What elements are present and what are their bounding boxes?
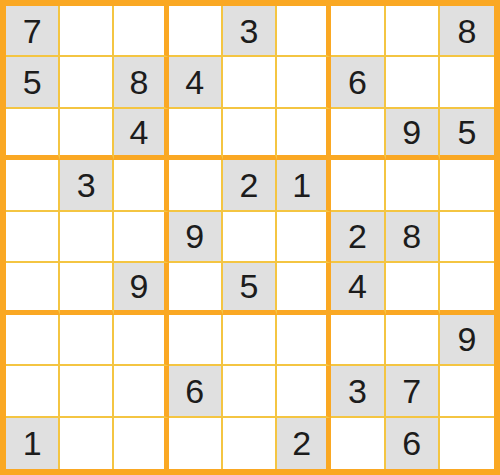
cell-r5c7: 2 <box>331 212 385 263</box>
cell-r9c7[interactable] <box>331 418 385 469</box>
cell-r9c5[interactable] <box>223 418 277 469</box>
cell-r3c9: 5 <box>440 109 494 160</box>
cell-r5c4: 9 <box>169 212 223 263</box>
cell-r8c2[interactable] <box>60 366 114 417</box>
cell-r2c9[interactable] <box>440 57 494 108</box>
cell-r9c6: 2 <box>277 418 331 469</box>
cell-r1c8[interactable] <box>386 6 440 57</box>
sudoku-board: 73858464953219289549637126 <box>0 0 500 475</box>
cell-r7c6[interactable] <box>277 315 331 366</box>
cell-r8c4: 6 <box>169 366 223 417</box>
cell-r8c8: 7 <box>386 366 440 417</box>
cell-r4c9[interactable] <box>440 160 494 211</box>
cell-r2c8[interactable] <box>386 57 440 108</box>
cell-r7c5[interactable] <box>223 315 277 366</box>
cell-r2c6[interactable] <box>277 57 331 108</box>
cell-r2c4: 4 <box>169 57 223 108</box>
cell-r4c7[interactable] <box>331 160 385 211</box>
cell-r4c3[interactable] <box>114 160 168 211</box>
cell-r7c9: 9 <box>440 315 494 366</box>
cell-r3c4[interactable] <box>169 109 223 160</box>
cell-r6c4[interactable] <box>169 263 223 314</box>
cell-r7c8[interactable] <box>386 315 440 366</box>
cell-r6c9[interactable] <box>440 263 494 314</box>
cell-r9c9[interactable] <box>440 418 494 469</box>
cell-r2c3: 8 <box>114 57 168 108</box>
cell-r1c4[interactable] <box>169 6 223 57</box>
cell-r6c6[interactable] <box>277 263 331 314</box>
cell-r1c7[interactable] <box>331 6 385 57</box>
cell-r8c1[interactable] <box>6 366 60 417</box>
cell-r3c1[interactable] <box>6 109 60 160</box>
cell-r5c3[interactable] <box>114 212 168 263</box>
cell-r3c5[interactable] <box>223 109 277 160</box>
cell-r4c5: 2 <box>223 160 277 211</box>
cell-r7c2[interactable] <box>60 315 114 366</box>
cell-r2c1: 5 <box>6 57 60 108</box>
cell-r5c5[interactable] <box>223 212 277 263</box>
cell-r6c3: 9 <box>114 263 168 314</box>
cell-r9c2[interactable] <box>60 418 114 469</box>
cell-r6c7: 4 <box>331 263 385 314</box>
cell-r5c6[interactable] <box>277 212 331 263</box>
cell-r1c1: 7 <box>6 6 60 57</box>
cell-r9c3[interactable] <box>114 418 168 469</box>
cell-r7c4[interactable] <box>169 315 223 366</box>
cell-r8c6[interactable] <box>277 366 331 417</box>
cell-r2c7: 6 <box>331 57 385 108</box>
cell-r4c1[interactable] <box>6 160 60 211</box>
cell-r3c8: 9 <box>386 109 440 160</box>
cell-r1c5: 3 <box>223 6 277 57</box>
cell-r3c6[interactable] <box>277 109 331 160</box>
cell-r2c2[interactable] <box>60 57 114 108</box>
cell-r7c7[interactable] <box>331 315 385 366</box>
cell-r4c4[interactable] <box>169 160 223 211</box>
cell-r4c8[interactable] <box>386 160 440 211</box>
cell-r9c4[interactable] <box>169 418 223 469</box>
cell-r1c6[interactable] <box>277 6 331 57</box>
cell-r3c2[interactable] <box>60 109 114 160</box>
cell-r9c1: 1 <box>6 418 60 469</box>
cell-r4c2: 3 <box>60 160 114 211</box>
cell-r1c9: 8 <box>440 6 494 57</box>
cell-r6c5: 5 <box>223 263 277 314</box>
cell-r6c1[interactable] <box>6 263 60 314</box>
cell-r6c2[interactable] <box>60 263 114 314</box>
cell-r7c3[interactable] <box>114 315 168 366</box>
cell-r9c8: 6 <box>386 418 440 469</box>
cell-r5c2[interactable] <box>60 212 114 263</box>
cell-r5c1[interactable] <box>6 212 60 263</box>
cell-r7c1[interactable] <box>6 315 60 366</box>
cell-r8c7: 3 <box>331 366 385 417</box>
cell-r6c8[interactable] <box>386 263 440 314</box>
cell-r3c7[interactable] <box>331 109 385 160</box>
cell-r5c9[interactable] <box>440 212 494 263</box>
cell-r5c8: 8 <box>386 212 440 263</box>
cell-r2c5[interactable] <box>223 57 277 108</box>
cell-r4c6: 1 <box>277 160 331 211</box>
cell-r8c5[interactable] <box>223 366 277 417</box>
cell-r1c2[interactable] <box>60 6 114 57</box>
cell-r3c3: 4 <box>114 109 168 160</box>
cell-r8c3[interactable] <box>114 366 168 417</box>
cell-r1c3[interactable] <box>114 6 168 57</box>
cell-r8c9[interactable] <box>440 366 494 417</box>
